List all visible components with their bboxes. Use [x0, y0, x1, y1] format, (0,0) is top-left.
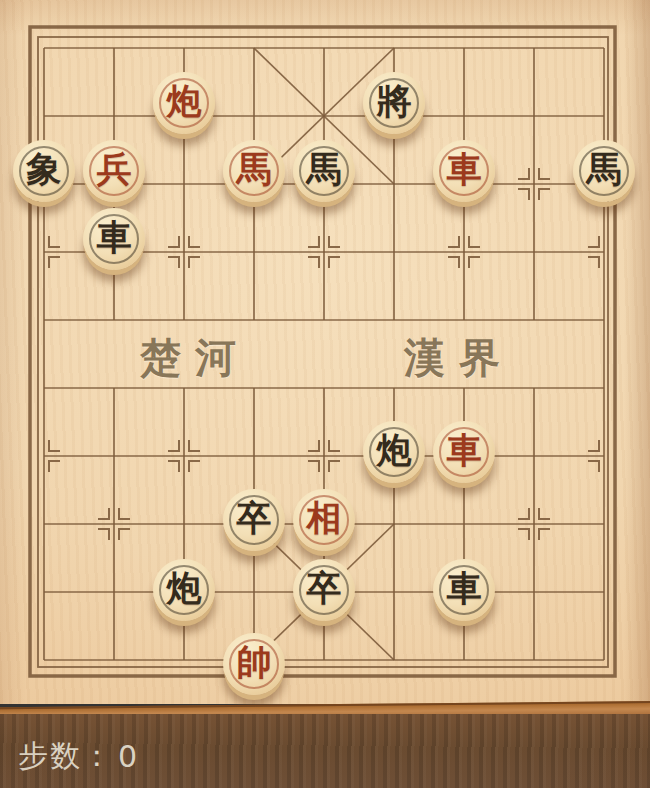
- game-screen: 楚河 漢界 炮將象兵馬馬車馬車炮車卒相炮卒車帥 步数： 0: [0, 0, 650, 788]
- piece-black-cannon[interactable]: 炮: [363, 421, 425, 483]
- piece-red-horse[interactable]: 馬: [223, 140, 285, 202]
- piece-glyph: 車: [83, 206, 145, 268]
- piece-glyph: 馬: [293, 138, 355, 200]
- river-label-left: 楚河: [140, 334, 250, 382]
- piece-black-horse[interactable]: 馬: [293, 140, 355, 202]
- piece-black-horse[interactable]: 馬: [573, 140, 635, 202]
- move-counter: 步数： 0: [18, 736, 139, 777]
- piece-glyph: 象: [13, 138, 75, 200]
- piece-red-elephant[interactable]: 相: [293, 489, 355, 551]
- piece-glyph: 車: [433, 138, 495, 200]
- piece-glyph: 帥: [223, 631, 285, 693]
- piece-glyph: 炮: [363, 419, 425, 481]
- river-label-right: 漢界: [404, 334, 514, 382]
- piece-black-elephant[interactable]: 象: [13, 140, 75, 202]
- piece-glyph: 將: [363, 70, 425, 132]
- piece-glyph: 炮: [153, 557, 215, 619]
- piece-glyph: 卒: [293, 557, 355, 619]
- piece-red-chariot[interactable]: 車: [433, 140, 495, 202]
- piece-black-chariot[interactable]: 車: [83, 208, 145, 270]
- piece-red-cannon[interactable]: 炮: [153, 72, 215, 134]
- piece-red-chariot[interactable]: 車: [433, 421, 495, 483]
- piece-black-general[interactable]: 將: [363, 72, 425, 134]
- piece-glyph: 兵: [83, 138, 145, 200]
- piece-glyph: 炮: [153, 70, 215, 132]
- piece-glyph: 車: [433, 557, 495, 619]
- move-counter-label: 步数：: [18, 736, 114, 777]
- piece-black-soldier[interactable]: 卒: [293, 559, 355, 621]
- piece-black-chariot[interactable]: 車: [433, 559, 495, 621]
- piece-glyph: 相: [293, 487, 355, 549]
- piece-glyph: 馬: [223, 138, 285, 200]
- piece-red-general[interactable]: 帥: [223, 633, 285, 695]
- piece-glyph: 卒: [223, 487, 285, 549]
- move-counter-value: 0: [118, 739, 139, 774]
- piece-glyph: 馬: [573, 138, 635, 200]
- piece-red-soldier[interactable]: 兵: [83, 140, 145, 202]
- piece-black-cannon[interactable]: 炮: [153, 559, 215, 621]
- piece-black-soldier[interactable]: 卒: [223, 489, 285, 551]
- piece-glyph: 車: [433, 419, 495, 481]
